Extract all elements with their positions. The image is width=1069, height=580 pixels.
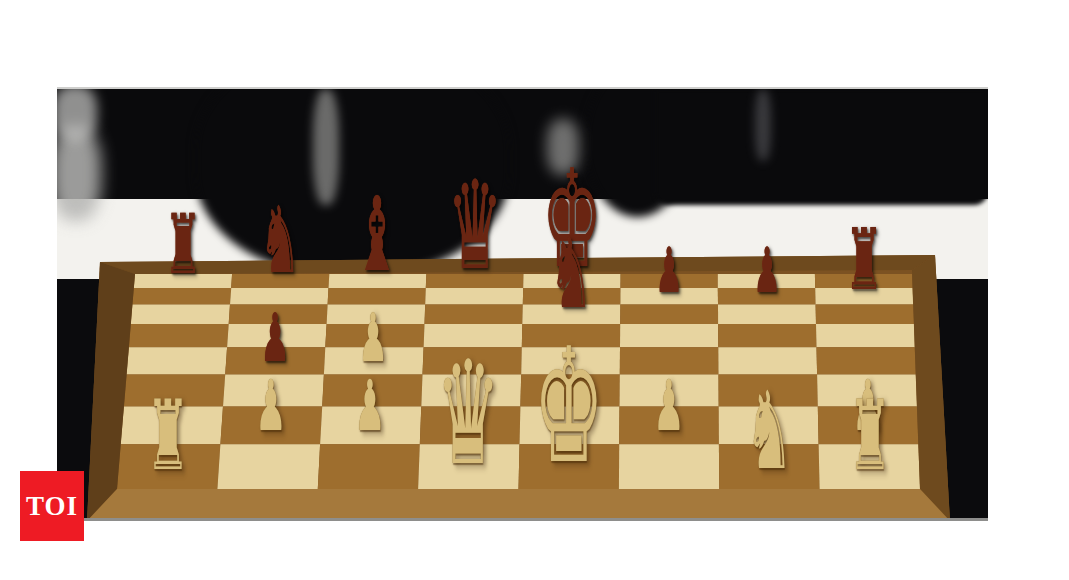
chessboard [57,89,988,521]
toi-logo-text: TOI [26,491,78,522]
chess-photo: ♜♞♝♛♚♟♟♜♞♟♟♟♟♟♟♜♛♚♞♜ [57,87,988,521]
toi-logo: TOI [20,471,84,541]
page: ♜♞♝♛♚♟♟♜♞♟♟♟♟♟♟♜♛♚♞♜ TOI [0,0,1069,580]
